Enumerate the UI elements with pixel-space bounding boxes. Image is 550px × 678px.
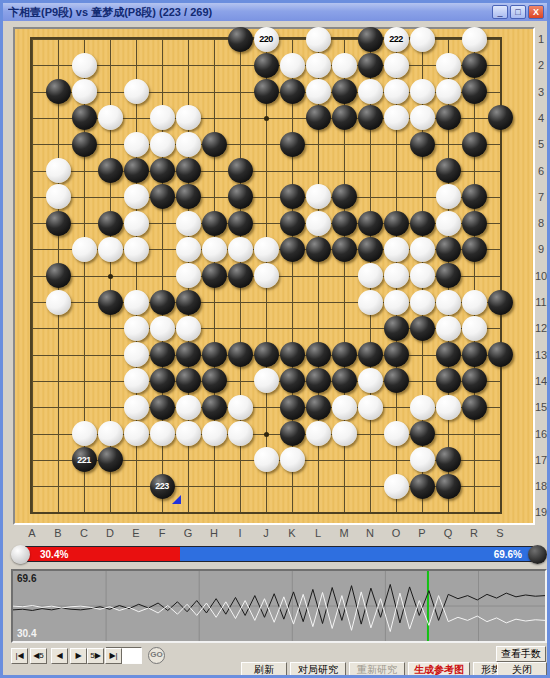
black-winrate-label: 69.6% [494,549,522,560]
white-stone [384,79,409,104]
row-label: 4 [533,112,549,124]
row-label: 17 [533,454,549,466]
winrate-graph[interactable]: 69.6 30.4 [11,569,547,643]
black-stone [280,79,305,104]
black-stone [332,211,357,236]
black-stone [228,211,253,236]
black-stone [280,237,305,262]
white-stone [436,79,461,104]
black-stone [176,184,201,209]
white-stone [410,79,435,104]
row-label: 2 [533,59,549,71]
white-stone: 222 [384,27,409,52]
black-stone [462,342,487,367]
white-stone [124,316,149,341]
white-stone [332,53,357,78]
column-label: B [50,527,66,539]
white-stone [254,368,279,393]
column-label: D [102,527,118,539]
black-stone [254,342,279,367]
row-label: 7 [533,191,549,203]
white-stone [436,316,461,341]
column-label: P [414,527,430,539]
black-stone [176,342,201,367]
black-stone [202,211,227,236]
row-label: 6 [533,165,549,177]
black-stone [150,158,175,183]
black-stone [488,290,513,315]
winrate-bar: 30.4% 69.6% [11,545,547,563]
move-number-label: 223 [155,481,169,491]
white-stone [358,79,383,104]
black-stone [280,184,305,209]
black-stone [462,132,487,157]
black-stone [436,105,461,130]
star-point [264,116,269,121]
black-stone [254,53,279,78]
white-stone [332,395,357,420]
white-stone [384,263,409,288]
black-stone [98,158,123,183]
game-research-button[interactable]: 对局研究 [290,662,346,678]
white-stone [306,421,331,446]
black-stone [228,27,253,52]
nav-back-button[interactable]: ◀ [51,648,68,664]
winrate-track: 30.4% 69.6% [25,546,533,562]
black-stone [462,211,487,236]
column-label: G [180,527,196,539]
black-stone [150,290,175,315]
white-stone [462,27,487,52]
white-stone [410,395,435,420]
black-stone [280,368,305,393]
black-stone [436,368,461,393]
black-stone [306,342,331,367]
white-stone [462,290,487,315]
go-jump-button[interactable]: GO [148,647,165,664]
black-stone [280,421,305,446]
black-winrate-line [13,584,545,624]
black-stone [462,79,487,104]
white-stone [280,53,305,78]
white-stone [72,53,97,78]
white-stone [410,27,435,52]
white-stone [384,290,409,315]
black-stone [306,395,331,420]
black-stone [332,184,357,209]
row-label: 5 [533,138,549,150]
black-stone [254,79,279,104]
white-stone [228,395,253,420]
black-stone [280,211,305,236]
black-stone [410,316,435,341]
black-stone [176,368,201,393]
refresh-button[interactable]: 刷新 [241,662,287,678]
white-stone [384,53,409,78]
white-stone [124,368,149,393]
column-label: E [128,527,144,539]
white-stone [462,316,487,341]
white-stone [254,263,279,288]
white-stone [98,421,123,446]
black-stone [488,105,513,130]
row-label: 8 [533,217,549,229]
black-stone [202,368,227,393]
black-stone [332,237,357,262]
maximize-button[interactable]: □ [510,5,526,19]
black-stone [46,263,71,288]
black-stone [462,184,487,209]
black-winrate-segment: 69.6% [180,547,532,561]
black-stone [462,237,487,262]
white-stone [280,447,305,472]
white-stone [176,211,201,236]
black-stone [384,316,409,341]
white-stone [176,105,201,130]
black-stone [358,105,383,130]
row-label: 16 [533,428,549,440]
black-stone: 223 [150,474,175,499]
black-stone [488,342,513,367]
nav-forward-button[interactable]: ▶ [70,648,87,664]
black-stone [436,474,461,499]
black-stone [384,368,409,393]
star-point [108,274,113,279]
white-stone [306,53,331,78]
row-label: 13 [533,349,549,361]
re-research-button[interactable]: 重新研究 [349,662,405,678]
black-stone [384,211,409,236]
white-stone [436,53,461,78]
last-move-triangle-icon [172,495,181,504]
black-stone [358,237,383,262]
column-label: I [232,527,248,539]
white-stone [358,368,383,393]
move-number-label: 221 [77,455,91,465]
black-stone [202,263,227,288]
white-stone [46,158,71,183]
row-label: 3 [533,86,549,98]
white-stone [202,237,227,262]
black-stone [410,132,435,157]
column-label: R [466,527,482,539]
white-winrate-segment: 30.4% [26,547,180,561]
row-label: 9 [533,243,549,255]
white-stone [306,79,331,104]
black-stone [280,132,305,157]
black-stone [46,211,71,236]
row-label: 14 [533,375,549,387]
black-stone [150,342,175,367]
white-stone [124,395,149,420]
row-label: 10 [533,270,549,282]
white-stone [176,316,201,341]
white-stone-icon [11,545,30,564]
column-label: S [492,527,508,539]
white-stone [202,421,227,446]
black-stone [176,158,201,183]
white-stone [124,211,149,236]
white-stone [124,237,149,262]
black-stone [124,158,149,183]
black-stone [98,211,123,236]
row-label: 19 [533,506,549,518]
generate-reference-button[interactable]: 生成参考图 [408,662,470,678]
black-stone [228,263,253,288]
white-stone [410,237,435,262]
white-stone [72,237,97,262]
black-stone [436,237,461,262]
minimize-button[interactable]: _ [492,5,508,19]
black-stone [228,184,253,209]
go-analysis-window: 卞相壹(P9段) vs 童梦成(P8段) (223 / 269) _ □ X 2… [0,0,550,678]
black-stone [202,395,227,420]
column-label: L [310,527,326,539]
black-stone [306,237,331,262]
black-stone [410,211,435,236]
black-stone [202,342,227,367]
white-stone [176,395,201,420]
white-stone [228,421,253,446]
black-stone [280,342,305,367]
row-label: 1 [533,33,549,45]
black-stone [332,368,357,393]
white-stone [124,79,149,104]
black-stone [410,474,435,499]
white-stone [124,290,149,315]
black-stone [358,342,383,367]
black-stone [72,132,97,157]
close-icon[interactable]: X [528,5,544,19]
column-label: A [24,527,40,539]
nav-back5-button[interactable]: ◀5 [30,648,47,664]
black-stone [436,447,461,472]
black-stone [72,105,97,130]
column-label: H [206,527,222,539]
black-stone [150,368,175,393]
column-label: C [76,527,92,539]
black-stone [228,342,253,367]
white-stone [358,263,383,288]
move-number-label: 220 [259,34,273,44]
white-stone [98,105,123,130]
black-stone [228,158,253,183]
black-stone-icon [528,545,547,564]
black-stone [98,447,123,472]
white-stone [410,447,435,472]
black-stone [384,342,409,367]
black-stone [462,53,487,78]
winrate-graph-canvas [13,571,545,641]
white-stone [72,79,97,104]
black-stone [462,395,487,420]
black-stone [358,211,383,236]
graph-bottom-value: 30.4 [17,628,36,639]
black-stone [280,395,305,420]
black-stone [332,105,357,130]
black-stone [332,79,357,104]
black-stone [332,342,357,367]
white-stone [72,421,97,446]
star-point [264,432,269,437]
white-stone [358,290,383,315]
white-stone [150,316,175,341]
white-stone [124,132,149,157]
white-stone [176,237,201,262]
white-stone [410,290,435,315]
white-winrate-label: 30.4% [40,549,68,560]
black-stone [436,158,461,183]
black-stone [150,184,175,209]
black-stone [436,342,461,367]
white-stone [384,421,409,446]
white-stone [436,184,461,209]
black-stone [150,395,175,420]
go-board[interactable]: 220222221223 [13,27,535,525]
titlebar[interactable]: 卞相壹(P9段) vs 童梦成(P8段) (223 / 269) _ □ X [3,3,547,21]
window-title: 卞相壹(P9段) vs 童梦成(P8段) (223 / 269) [8,5,490,20]
row-label: 11 [533,296,549,308]
column-label: M [336,527,352,539]
white-stone [358,395,383,420]
white-stone [436,395,461,420]
column-label: O [388,527,404,539]
view-move-numbers-button[interactable]: 查看手数 [496,646,546,662]
white-stone: 220 [254,27,279,52]
black-stone [176,290,201,315]
white-stone [384,237,409,262]
white-stone [176,132,201,157]
white-stone [254,237,279,262]
white-stone [150,132,175,157]
white-stone [176,263,201,288]
column-label: K [284,527,300,539]
white-stone [384,105,409,130]
white-stone [306,211,331,236]
white-stone [410,263,435,288]
black-stone [436,263,461,288]
row-label: 12 [533,322,549,334]
white-stone [46,184,71,209]
nav-forward5-button[interactable]: 5▶ [87,648,104,664]
nav-last-button[interactable]: ▶| [105,648,122,664]
white-stone [436,290,461,315]
black-stone [410,421,435,446]
column-label: J [258,527,274,539]
black-stone [202,132,227,157]
nav-first-button[interactable]: |◀ [11,648,28,664]
column-label: N [362,527,378,539]
white-stone [124,184,149,209]
white-stone [384,474,409,499]
row-label: 18 [533,480,549,492]
white-stone [228,237,253,262]
black-stone [306,368,331,393]
white-stone [176,421,201,446]
row-label: 15 [533,401,549,413]
column-label: F [154,527,170,539]
black-stone [358,53,383,78]
move-number-label: 222 [389,34,403,44]
white-stone [124,421,149,446]
white-stone [306,184,331,209]
white-stone [98,237,123,262]
controls-bar: |◀ ◀5 ◀ ▶ 5▶ GO ▶| 查看手数 刷新 对局研究 重新研究 生成参… [3,645,550,678]
white-stone [332,421,357,446]
black-stone [98,290,123,315]
white-stone [150,421,175,446]
close-button[interactable]: 关闭 [497,662,547,678]
column-label: Q [440,527,456,539]
white-stone [124,342,149,367]
white-stone [254,447,279,472]
white-stone [436,211,461,236]
graph-top-value: 69.6 [17,573,36,584]
black-stone [462,368,487,393]
white-stone [306,27,331,52]
black-stone: 221 [72,447,97,472]
black-stone [46,79,71,104]
black-stone [306,105,331,130]
white-stone [410,105,435,130]
black-stone [358,27,383,52]
white-winrate-line [13,592,545,632]
white-stone [150,105,175,130]
white-stone [46,290,71,315]
